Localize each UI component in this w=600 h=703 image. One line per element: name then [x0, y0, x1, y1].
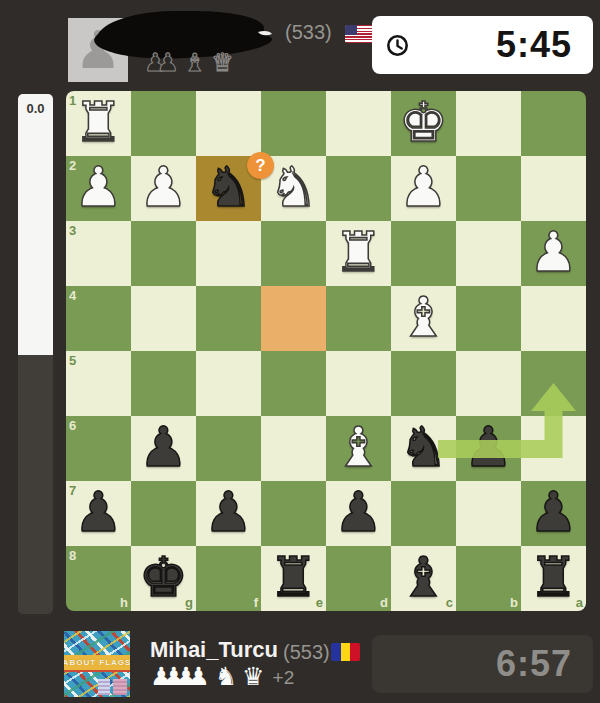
square-b7[interactable] — [456, 481, 521, 546]
material-advantage: +2 — [273, 665, 295, 690]
square-b1[interactable] — [456, 91, 521, 156]
square-c4[interactable]: ♝ — [391, 286, 456, 351]
piece-black-pawn[interactable]: ♟ — [196, 481, 261, 546]
file-label-d: d — [380, 595, 388, 610]
piece-white-rook[interactable]: ♜ — [66, 91, 131, 156]
square-g5[interactable] — [131, 351, 196, 416]
square-h3[interactable]: 3 — [66, 221, 131, 286]
square-b3[interactable] — [456, 221, 521, 286]
captured-black-bishop-icon: ♝ — [184, 50, 206, 76]
piece-white-pawn[interactable]: ♟ — [131, 156, 196, 221]
piece-black-king[interactable]: ♚ — [131, 546, 196, 611]
piece-white-bishop[interactable]: ♝ — [391, 286, 456, 351]
square-d5[interactable] — [326, 351, 391, 416]
square-f4[interactable] — [196, 286, 261, 351]
square-a4[interactable] — [521, 286, 586, 351]
bottom-player-captured-pieces: ♟♟♟♟♞♛+2 — [150, 664, 294, 690]
rank-label-5: 5 — [69, 353, 76, 368]
square-a1[interactable] — [521, 91, 586, 156]
piece-black-pawn[interactable]: ♟ — [66, 481, 131, 546]
piece-black-knight[interactable]: ♞ — [391, 416, 456, 481]
square-e1[interactable] — [261, 91, 326, 156]
piece-white-bishop[interactable]: ♝ — [326, 416, 391, 481]
square-a5[interactable] — [521, 351, 586, 416]
square-e8[interactable]: e♜ — [261, 546, 326, 611]
square-f6[interactable] — [196, 416, 261, 481]
square-d3[interactable]: ♜ — [326, 221, 391, 286]
square-f1[interactable] — [196, 91, 261, 156]
square-f8[interactable]: f — [196, 546, 261, 611]
square-d4[interactable] — [326, 286, 391, 351]
square-c6[interactable]: ♞ — [391, 416, 456, 481]
square-h5[interactable]: 5 — [66, 351, 131, 416]
romania-flag-icon — [331, 643, 360, 661]
square-a8[interactable]: a♜ — [521, 546, 586, 611]
square-b2[interactable] — [456, 156, 521, 221]
piece-black-pawn[interactable]: ♟ — [521, 481, 586, 546]
square-d2[interactable] — [326, 156, 391, 221]
square-h7[interactable]: 7♟ — [66, 481, 131, 546]
piece-black-pawn[interactable]: ♟ — [456, 416, 521, 481]
square-d6[interactable]: ♝ — [326, 416, 391, 481]
square-c2[interactable]: ♟ — [391, 156, 456, 221]
square-d1[interactable] — [326, 91, 391, 156]
square-c3[interactable] — [391, 221, 456, 286]
square-f5[interactable] — [196, 351, 261, 416]
captured-white-queen-icon: ♛ — [242, 664, 264, 690]
avatar-title-text: ABOUT FLAGS — [64, 658, 130, 667]
chess-board[interactable]: 1♜♚2♟♟♞♞♟3♜♟4♝56♟♝♞♟7♟♟♟♟8hg♚fe♜dc♝ba♜ ? — [66, 91, 586, 611]
bottom-player-time: 6:57 — [496, 643, 572, 685]
square-g2[interactable]: ♟ — [131, 156, 196, 221]
square-e4[interactable] — [261, 286, 326, 351]
clock-icon — [385, 33, 410, 58]
bottom-player-rating: (553) — [283, 641, 330, 664]
file-label-b: b — [510, 595, 518, 610]
captured-black-pawn-icon: ♟ — [156, 50, 178, 76]
square-c5[interactable] — [391, 351, 456, 416]
square-a7[interactable]: ♟ — [521, 481, 586, 546]
avatar-decor-block — [98, 679, 110, 695]
piece-black-pawn[interactable]: ♟ — [131, 416, 196, 481]
square-a3[interactable]: ♟ — [521, 221, 586, 286]
us-flag-icon — [345, 25, 373, 43]
square-d7[interactable]: ♟ — [326, 481, 391, 546]
square-a6[interactable] — [521, 416, 586, 481]
rank-label-3: 3 — [69, 223, 76, 238]
top-player-captured-pieces: ♟♟♝♛ — [144, 50, 234, 76]
avatar-decor-block — [113, 679, 127, 695]
square-f3[interactable] — [196, 221, 261, 286]
square-h6[interactable]: 6 — [66, 416, 131, 481]
bottom-player-avatar[interactable]: ABOUT FLAGS — [64, 631, 130, 697]
captured-white-knight-icon: ♞ — [215, 664, 237, 690]
piece-white-rook[interactable]: ♜ — [326, 221, 391, 286]
piece-black-rook[interactable]: ♜ — [521, 546, 586, 611]
square-e3[interactable] — [261, 221, 326, 286]
piece-white-pawn[interactable]: ♟ — [391, 156, 456, 221]
square-g8[interactable]: g♚ — [131, 546, 196, 611]
file-label-h: h — [120, 595, 128, 610]
rank-label-6: 6 — [69, 418, 76, 433]
square-h8[interactable]: 8h — [66, 546, 131, 611]
square-h2[interactable]: 2♟ — [66, 156, 131, 221]
top-player-clock: 5:45 — [372, 16, 593, 74]
square-a2[interactable] — [521, 156, 586, 221]
square-g4[interactable] — [131, 286, 196, 351]
square-g6[interactable]: ♟ — [131, 416, 196, 481]
square-g7[interactable] — [131, 481, 196, 546]
piece-black-bishop[interactable]: ♝ — [391, 546, 456, 611]
square-f7[interactable]: ♟ — [196, 481, 261, 546]
square-b5[interactable] — [456, 351, 521, 416]
file-label-f: f — [254, 595, 258, 610]
us-flag-canton — [345, 25, 357, 35]
square-h4[interactable]: 4 — [66, 286, 131, 351]
square-g1[interactable] — [131, 91, 196, 156]
square-d8[interactable]: d — [326, 546, 391, 611]
square-g3[interactable] — [131, 221, 196, 286]
evaluation-value: 0.0 — [18, 101, 53, 116]
mistake-badge: ? — [247, 152, 274, 179]
top-player-rating: (533) — [285, 21, 332, 44]
bottom-player-name: Mihai_Turcu — [150, 637, 278, 663]
captured-black-queen-icon: ♛ — [211, 50, 233, 76]
square-h1[interactable]: 1♜ — [66, 91, 131, 156]
rank-label-4: 4 — [69, 288, 76, 303]
square-b8[interactable]: b — [456, 546, 521, 611]
evaluation-bar: 0.0 — [18, 94, 53, 614]
piece-white-pawn[interactable]: ♟ — [521, 221, 586, 286]
bottom-player-clock: 6:57 — [372, 635, 593, 693]
square-e6[interactable] — [261, 416, 326, 481]
square-c7[interactable] — [391, 481, 456, 546]
piece-white-king[interactable]: ♚ — [391, 91, 456, 156]
piece-black-rook[interactable]: ♜ — [261, 546, 326, 611]
evaluation-bar-white-half — [18, 94, 53, 355]
square-c8[interactable]: c♝ — [391, 546, 456, 611]
square-b4[interactable] — [456, 286, 521, 351]
square-e7[interactable] — [261, 481, 326, 546]
square-c1[interactable]: ♚ — [391, 91, 456, 156]
piece-white-pawn[interactable]: ♟ — [66, 156, 131, 221]
captured-white-pawn-icon: ♟ — [187, 664, 209, 690]
avatar-title-band: ABOUT FLAGS — [64, 655, 130, 672]
piece-black-pawn[interactable]: ♟ — [326, 481, 391, 546]
top-player-time: 5:45 — [496, 24, 572, 66]
square-e5[interactable] — [261, 351, 326, 416]
square-b6[interactable]: ♟ — [456, 416, 521, 481]
rank-label-8: 8 — [69, 548, 76, 563]
